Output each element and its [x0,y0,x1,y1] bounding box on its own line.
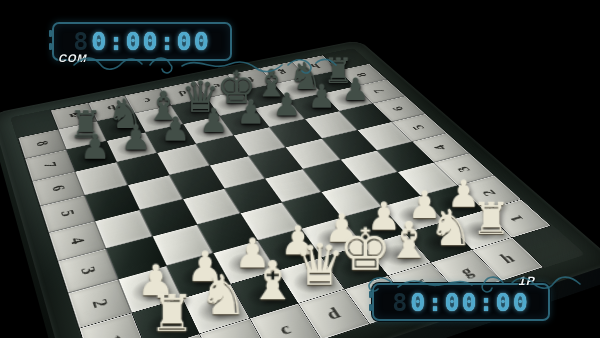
piece-shadow [332,253,381,283]
coord-text: h [308,62,322,70]
coord-text: b [105,103,118,113]
piece-shadow [240,279,289,312]
coord-text: a [68,111,79,121]
piece-shadow [456,217,504,244]
coord-text: 3 [75,264,100,276]
piece-shadow [190,121,227,140]
coord-text: c [142,96,153,105]
coord-text: 2 [87,296,113,310]
coord-text: 6 [47,183,69,193]
clock-com-time: 0:00:00 [91,27,210,56]
coord-text: 5 [56,208,79,218]
coord-text: 3 [453,165,474,174]
clock-1p: 8 0:00:00 1P [372,283,550,321]
coord-text: 1 [99,332,127,338]
piece-shadow [73,146,110,167]
piece-shadow [267,236,314,265]
clock-com: 8 0:00:00 COM [52,22,232,61]
coord-text: c [276,319,295,338]
coord-text: h [496,250,519,267]
clock-1p-time: 0:00:00 [410,288,529,317]
piece-shadow [310,225,356,253]
game-screen: abcdefgh8♜♞♝♛♚♝♞♜87♟♟♟♟♟♟♟♟7665544332♟♟♟… [0,0,600,338]
coord-text: 8 [32,140,52,148]
coord-text: f [246,75,257,83]
piece-shadow [248,88,283,105]
coord-text: 8 [353,72,371,78]
coord-text: 6 [389,105,408,112]
piece-shadow [113,137,150,158]
clock-1p-ghost-digit: 8 [392,288,407,317]
coord-text: 4 [65,235,89,246]
piece-shadow [141,307,191,338]
coord-text: 1 [505,213,528,224]
coord-text: 2 [478,188,500,198]
piece-shadow [287,266,336,298]
clock-1p-label: 1P [518,274,538,288]
clock-com-label: COM [58,52,90,64]
coord-text: d [322,304,344,324]
coord-text: g [277,68,290,77]
coord-text: b [224,334,245,338]
coord-text: g [456,263,478,280]
coord-text: 4 [430,143,451,151]
piece-shadow [431,192,477,217]
coord-text: d [177,88,190,98]
coord-text: 7 [371,88,389,95]
coord-text: 5 [409,123,429,131]
square-c5[interactable] [169,165,224,199]
coord-text: e [212,82,224,91]
coord-text: 7 [39,161,60,170]
clock-1p-display: 8 0:00:00 [374,285,548,319]
